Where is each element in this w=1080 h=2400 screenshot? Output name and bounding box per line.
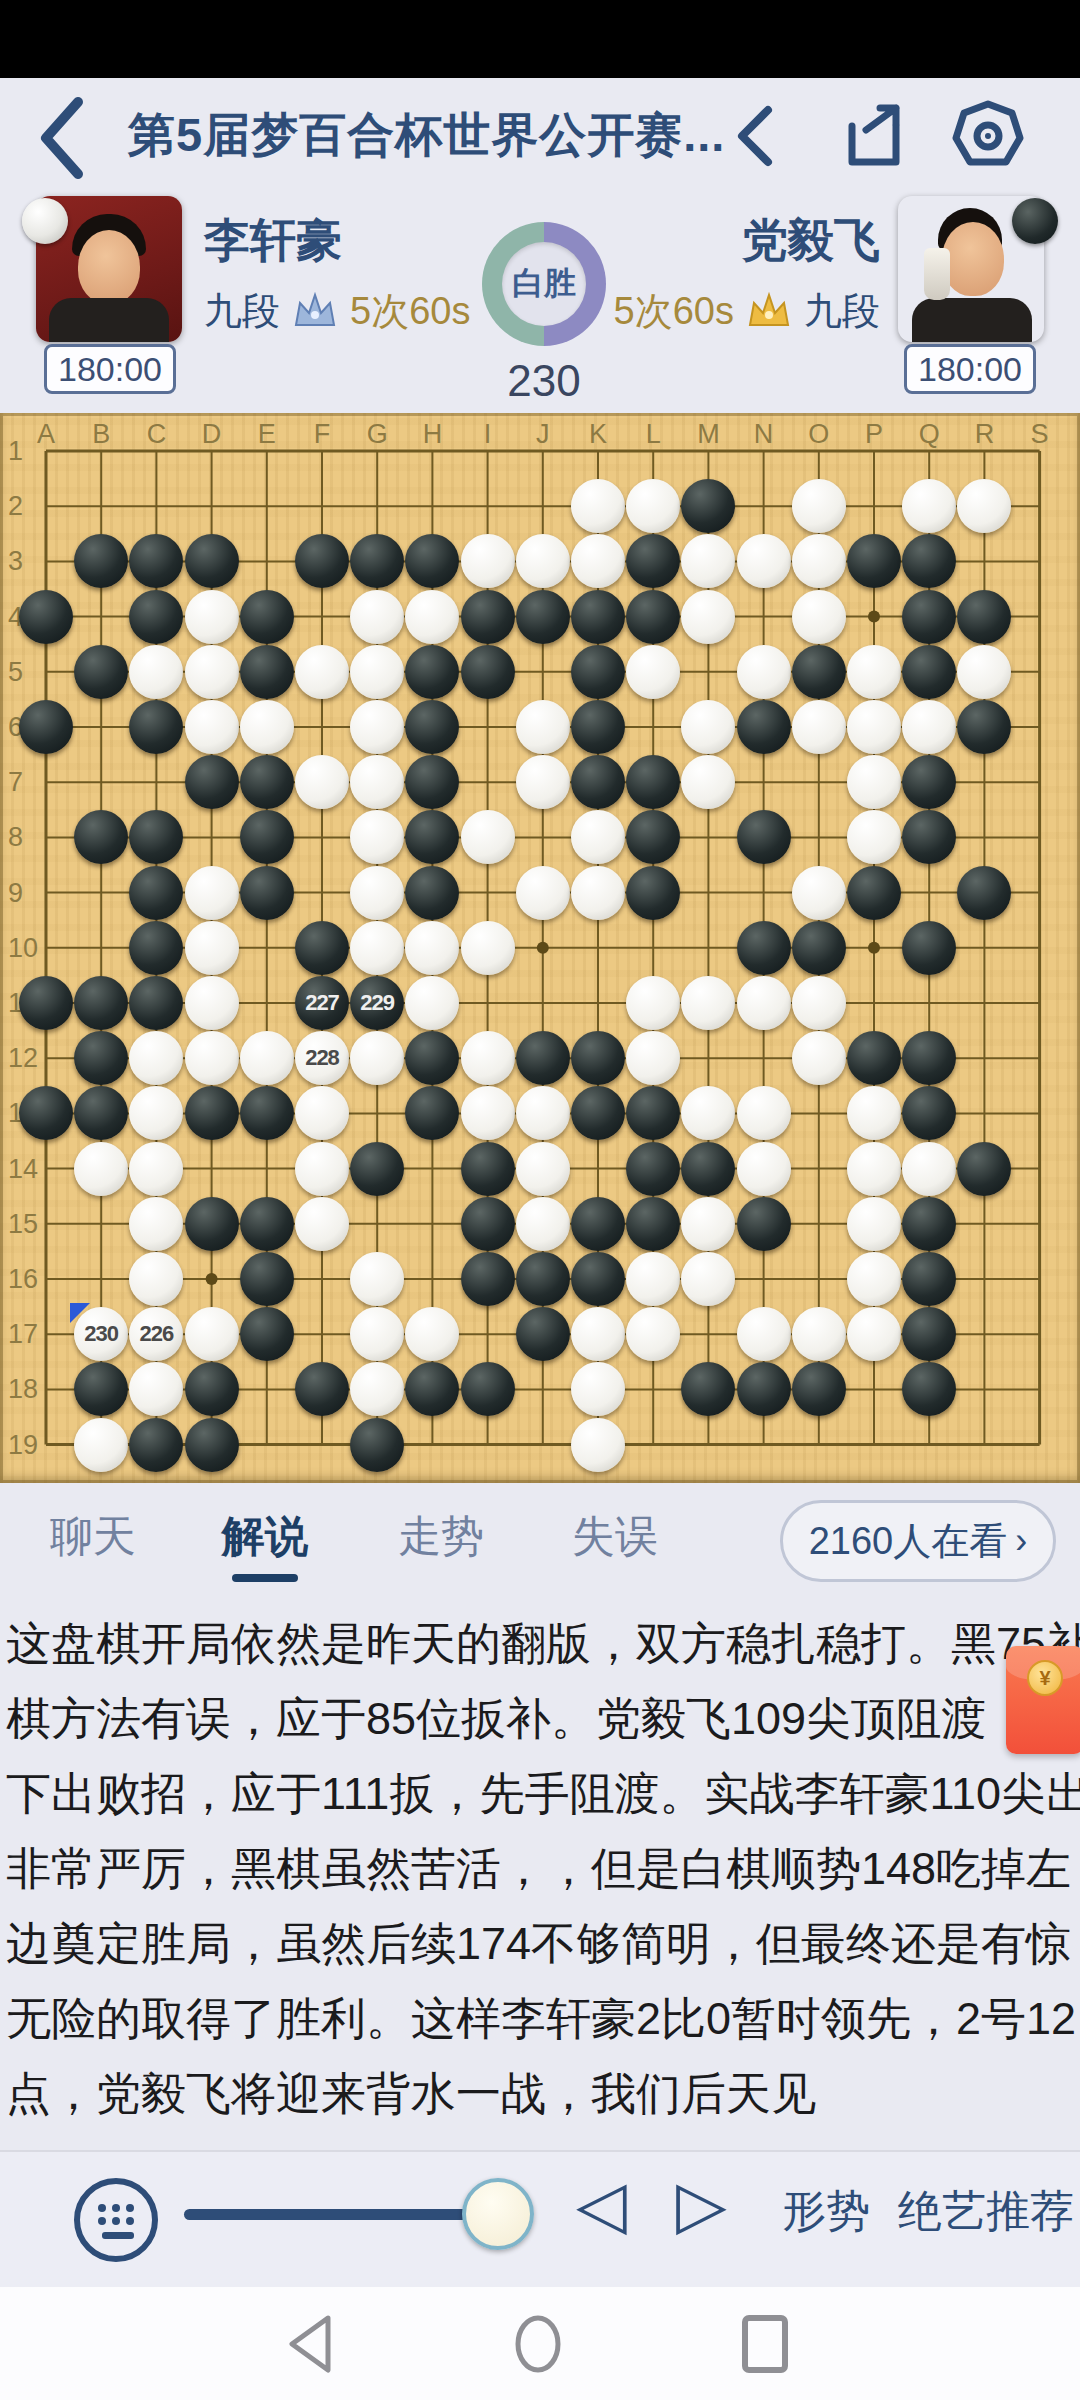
- black-stone-B12: [74, 1031, 128, 1085]
- black-stone-Q7: [902, 755, 956, 809]
- white-stone-N11: [737, 976, 791, 1030]
- avatar-face: [942, 222, 1004, 296]
- white-stone-N17: [737, 1307, 791, 1361]
- black-stone-J16: [516, 1252, 570, 1306]
- viewers-count: 2160人在看: [809, 1516, 1008, 1567]
- black-stone-J12: [516, 1031, 570, 1085]
- coord-label-row: 3: [2, 546, 40, 577]
- black-stone-Q16: [902, 1252, 956, 1306]
- coord-label-col: C: [136, 419, 176, 450]
- black-stone-L14: [626, 1142, 680, 1196]
- black-stone-K7: [571, 755, 625, 809]
- white-stone-O3: [792, 534, 846, 588]
- coord-label-row: 18: [2, 1374, 40, 1405]
- white-stone-D10: [185, 921, 239, 975]
- black-stone-I5: [461, 645, 515, 699]
- coord-label-col: I: [468, 419, 508, 450]
- white-stone-M11: [681, 976, 735, 1030]
- white-stone-F14: [295, 1142, 349, 1196]
- move-number-label: 228: [305, 1045, 339, 1071]
- envelope-coin: ¥: [1027, 1660, 1063, 1696]
- black-stone-H5: [405, 645, 459, 699]
- avatar-face: [78, 230, 140, 304]
- black-stone-O10: [792, 921, 846, 975]
- black-stone-R9: [957, 866, 1011, 920]
- white-stone-J7: [516, 755, 570, 809]
- black-stone-F3: [295, 534, 349, 588]
- white-stone-N5: [737, 645, 791, 699]
- black-stone-H9: [405, 866, 459, 920]
- white-stone-O11: [792, 976, 846, 1030]
- black-stone-J17: [516, 1307, 570, 1361]
- white-stone-R5: [957, 645, 1011, 699]
- black-stone-Q12: [902, 1031, 956, 1085]
- white-stone-B17: 230: [74, 1307, 128, 1361]
- black-stone-F18: [295, 1362, 349, 1416]
- coord-label-row: 7: [2, 767, 40, 798]
- right-player-rank-row: 5次60s 九段: [614, 288, 880, 334]
- black-stone-A4: [19, 590, 73, 644]
- move-number-label: 226: [140, 1321, 174, 1347]
- commentary-line: 这盘棋开局依然是昨天的翻版，双方稳扎稳打。黑75补: [6, 1606, 1076, 1681]
- black-stone-A6: [19, 700, 73, 754]
- android-recents-icon[interactable]: [740, 2313, 790, 2375]
- black-stone-D15: [185, 1197, 239, 1251]
- white-stone-L17: [626, 1307, 680, 1361]
- black-stone-N18: [737, 1362, 791, 1416]
- white-stone-L11: [626, 976, 680, 1030]
- left-player-timer: 180:00: [44, 344, 176, 394]
- coord-label-col: J: [523, 419, 563, 450]
- black-stone-N15: [737, 1197, 791, 1251]
- black-stone-F10: [295, 921, 349, 975]
- commentary-line: 无险的取得了胜利。这样李轩豪2比0暂时领先，2号12: [6, 1981, 1076, 2056]
- black-stone-G14: [350, 1142, 404, 1196]
- white-stone-P17: [847, 1307, 901, 1361]
- white-stone-H11: [405, 976, 459, 1030]
- white-stone-P7: [847, 755, 901, 809]
- black-stone-J4: [516, 590, 570, 644]
- black-stone-C10: [129, 921, 183, 975]
- coord-label-col: F: [302, 419, 342, 450]
- white-stone-O4: [792, 590, 846, 644]
- black-stone-Q5: [902, 645, 956, 699]
- white-stone-K18: [571, 1362, 625, 1416]
- result-label: 白胜: [502, 242, 586, 326]
- white-stone-P14: [847, 1142, 901, 1196]
- white-stone-G16: [350, 1252, 404, 1306]
- white-stone-O9: [792, 866, 846, 920]
- black-stone-badge: [1012, 198, 1058, 244]
- white-stone-F13: [295, 1086, 349, 1140]
- tab-bar: 聊天 解说 走势 失误 2160人在看 ›: [0, 1496, 1080, 1596]
- white-stone-G5: [350, 645, 404, 699]
- black-stone-K12: [571, 1031, 625, 1085]
- left-player-byoyomi: 5次60s: [350, 286, 470, 337]
- black-stone-C6: [129, 700, 183, 754]
- black-stone-K4: [571, 590, 625, 644]
- black-stone-B5: [74, 645, 128, 699]
- commentary-line: 棋方法有误，应于85位扳补。党毅飞109尖顶阻渡: [6, 1681, 1076, 1756]
- coord-label-row: 17: [2, 1319, 40, 1350]
- black-stone-A11: [19, 976, 73, 1030]
- previous-move-button[interactable]: ◁: [576, 2166, 627, 2243]
- white-stone-K9: [571, 866, 625, 920]
- coord-label-col: B: [81, 419, 121, 450]
- black-stone-K5: [571, 645, 625, 699]
- white-stone-K19: [571, 1418, 625, 1472]
- black-stone-E9: [240, 866, 294, 920]
- black-stone-E15: [240, 1197, 294, 1251]
- red-envelope-icon[interactable]: ¥: [1006, 1646, 1080, 1754]
- avatar-shoulders: [49, 298, 169, 342]
- white-stone-M16: [681, 1252, 735, 1306]
- coord-label-row: 16: [2, 1264, 40, 1295]
- white-stone-J3: [516, 534, 570, 588]
- white-stone-K2: [571, 479, 625, 533]
- coord-label-col: N: [744, 419, 784, 450]
- white-stone-P8: [847, 810, 901, 864]
- black-stone-L4: [626, 590, 680, 644]
- white-stone-P6: [847, 700, 901, 754]
- black-stone-E8: [240, 810, 294, 864]
- white-stone-F5: [295, 645, 349, 699]
- android-back-icon[interactable]: [282, 2313, 338, 2375]
- black-stone-H6: [405, 700, 459, 754]
- white-stone-D17: [185, 1307, 239, 1361]
- coord-label-col: P: [854, 419, 894, 450]
- coord-label-row: 8: [2, 822, 40, 853]
- white-stone-L2: [626, 479, 680, 533]
- white-stone-B14: [74, 1142, 128, 1196]
- coord-label-col: O: [799, 419, 839, 450]
- black-stone-E4: [240, 590, 294, 644]
- black-stone-R6: [957, 700, 1011, 754]
- black-stone-Q4: [902, 590, 956, 644]
- black-stone-L7: [626, 755, 680, 809]
- record-settings-icon[interactable]: [952, 100, 1024, 172]
- coord-label-row: 12: [2, 1043, 40, 1074]
- white-stone-O17: [792, 1307, 846, 1361]
- black-stone-G11: 229: [350, 976, 404, 1030]
- avatar-shoulders: [912, 298, 1032, 342]
- last-move-marker: [70, 1303, 90, 1323]
- coord-label-col: L: [633, 419, 673, 450]
- white-stone-H4: [405, 590, 459, 644]
- white-stone-I3: [461, 534, 515, 588]
- avatar-trophy: [924, 248, 950, 300]
- share-icon[interactable]: [838, 100, 910, 172]
- white-stone-G17: [350, 1307, 404, 1361]
- move-number-label: 227: [305, 990, 339, 1016]
- viewers-pill[interactable]: 2160人在看 ›: [780, 1500, 1056, 1582]
- black-stone-L9: [626, 866, 680, 920]
- white-stone-C15: [129, 1197, 183, 1251]
- tab-mistakes[interactable]: 失误: [572, 1508, 658, 1566]
- white-stone-K17: [571, 1307, 625, 1361]
- black-stone-B11: [74, 976, 128, 1030]
- white-stone-J9: [516, 866, 570, 920]
- white-stone-badge: [22, 198, 68, 244]
- black-stone-R4: [957, 590, 1011, 644]
- black-stone-O18: [792, 1362, 846, 1416]
- white-stone-Q2: [902, 479, 956, 533]
- right-player-rank: 九段: [804, 286, 880, 337]
- white-stone-I10: [461, 921, 515, 975]
- back-icon[interactable]: [38, 96, 86, 180]
- black-stone-I15: [461, 1197, 515, 1251]
- white-stone-I12: [461, 1031, 515, 1085]
- white-stone-D5: [185, 645, 239, 699]
- black-stone-I18: [461, 1362, 515, 1416]
- coord-label-row: 19: [2, 1430, 40, 1461]
- move-number-label: 230: [84, 1321, 118, 1347]
- white-stone-H10: [405, 921, 459, 975]
- black-stone-O5: [792, 645, 846, 699]
- black-stone-D7: [185, 755, 239, 809]
- win-rate-donut: 白胜: [482, 222, 606, 346]
- left-player-name: 李轩豪: [204, 210, 342, 272]
- coord-label-row: 14: [2, 1154, 40, 1185]
- active-tab-underline: [232, 1574, 298, 1582]
- black-stone-Q10: [902, 921, 956, 975]
- coord-label-col: R: [964, 419, 1004, 450]
- black-stone-P3: [847, 534, 901, 588]
- white-stone-C5: [129, 645, 183, 699]
- go-board[interactable]: A1B2C3D4E5F6G7H8I9J10K11L12M13N14O15P16Q…: [0, 413, 1080, 1483]
- white-stone-D9: [185, 866, 239, 920]
- black-stone-C19: [129, 1418, 183, 1472]
- chevron-right-icon: ›: [1015, 1520, 1027, 1562]
- silver-crown-icon: [292, 291, 338, 331]
- control-bar: ◁ ▷ 形势 绝艺推荐: [0, 2150, 1080, 2287]
- white-stone-M4: [681, 590, 735, 644]
- coord-label-col: G: [357, 419, 397, 450]
- white-stone-N13: [737, 1086, 791, 1140]
- coord-label-col: S: [1020, 419, 1060, 450]
- white-stone-C14: [129, 1142, 183, 1196]
- status-bar: [0, 0, 1080, 78]
- black-stone-E17: [240, 1307, 294, 1361]
- move-slider-thumb[interactable]: [462, 2178, 534, 2250]
- white-stone-G12: [350, 1031, 404, 1085]
- tab-trend[interactable]: 走势: [398, 1508, 484, 1566]
- commentary-line: 点，党毅飞将迎来背水一战，我们后天见: [6, 2056, 1076, 2131]
- header: 第5届梦百合杯世界公开赛...: [0, 78, 1080, 198]
- situation-button[interactable]: 形势: [782, 2182, 870, 2241]
- white-stone-M15: [681, 1197, 735, 1251]
- black-stone-K6: [571, 700, 625, 754]
- left-player-rank: 九段: [204, 286, 280, 337]
- white-stone-P5: [847, 645, 901, 699]
- black-stone-N8: [737, 810, 791, 864]
- coord-label-col: H: [412, 419, 452, 450]
- black-stone-F11: 227: [295, 976, 349, 1030]
- white-stone-K3: [571, 534, 625, 588]
- white-stone-P16: [847, 1252, 901, 1306]
- white-stone-E12: [240, 1031, 294, 1085]
- coord-label-row: 1: [2, 436, 40, 467]
- black-stone-N6: [737, 700, 791, 754]
- gold-crown-icon: [746, 291, 792, 331]
- black-stone-E13: [240, 1086, 294, 1140]
- android-nav-bar: [0, 2287, 1080, 2400]
- black-stone-R14: [957, 1142, 1011, 1196]
- white-stone-J14: [516, 1142, 570, 1196]
- commentary-line: 边奠定胜局，虽然后续174不够简明，但最终还是有惊: [6, 1906, 1076, 1981]
- commentary-line: 非常严厉，黑棋虽然苦活，，但是白棋顺势148吃掉左: [6, 1831, 1076, 1906]
- white-stone-B19: [74, 1418, 128, 1472]
- black-stone-C11: [129, 976, 183, 1030]
- white-stone-P13: [847, 1086, 901, 1140]
- white-stone-D11: [185, 976, 239, 1030]
- commentary-panel: 这盘棋开局依然是昨天的翻版，双方稳扎稳打。黑75补 棋方法有误，应于85位扳补。…: [6, 1606, 1076, 2131]
- black-stone-N10: [737, 921, 791, 975]
- right-player-byoyomi: 5次60s: [614, 286, 734, 337]
- coord-label-row: 5: [2, 657, 40, 688]
- black-stone-A13: [19, 1086, 73, 1140]
- white-stone-G9: [350, 866, 404, 920]
- white-stone-D4: [185, 590, 239, 644]
- white-stone-J6: [516, 700, 570, 754]
- white-stone-F12: 228: [295, 1031, 349, 1085]
- black-stone-K16: [571, 1252, 625, 1306]
- black-stone-M14: [681, 1142, 735, 1196]
- white-stone-O12: [792, 1031, 846, 1085]
- coord-label-col: K: [578, 419, 618, 450]
- black-stone-E16: [240, 1252, 294, 1306]
- black-stone-K13: [571, 1086, 625, 1140]
- black-stone-I16: [461, 1252, 515, 1306]
- left-player-rank-row: 九段 5次60s: [204, 288, 470, 334]
- white-stone-G4: [350, 590, 404, 644]
- next-move-button[interactable]: ▷: [676, 2166, 727, 2243]
- white-stone-O2: [792, 479, 846, 533]
- white-stone-G10: [350, 921, 404, 975]
- white-stone-P15: [847, 1197, 901, 1251]
- black-stone-Q17: [902, 1307, 956, 1361]
- right-player-timer: 180:00: [904, 344, 1036, 394]
- black-stone-P9: [847, 866, 901, 920]
- white-stone-M6: [681, 700, 735, 754]
- black-stone-I14: [461, 1142, 515, 1196]
- black-stone-P12: [847, 1031, 901, 1085]
- black-stone-L15: [626, 1197, 680, 1251]
- white-stone-J13: [516, 1086, 570, 1140]
- right-player-name: 党毅飞: [742, 210, 880, 272]
- black-stone-G19: [350, 1418, 404, 1472]
- white-stone-L12: [626, 1031, 680, 1085]
- white-stone-N14: [737, 1142, 791, 1196]
- white-stone-E6: [240, 700, 294, 754]
- black-stone-D3: [185, 534, 239, 588]
- coord-label-col: E: [247, 419, 287, 450]
- tab-chat[interactable]: 聊天: [50, 1508, 136, 1566]
- white-stone-D12: [185, 1031, 239, 1085]
- black-stone-E7: [240, 755, 294, 809]
- white-stone-N3: [737, 534, 791, 588]
- coord-label-row: 9: [2, 878, 40, 909]
- black-stone-D19: [185, 1418, 239, 1472]
- android-home-icon[interactable]: [512, 2313, 564, 2375]
- white-stone-C16: [129, 1252, 183, 1306]
- white-stone-I8: [461, 810, 515, 864]
- white-stone-Q14: [902, 1142, 956, 1196]
- coord-label-col: D: [192, 419, 232, 450]
- white-stone-L5: [626, 645, 680, 699]
- commentary-line: 下出败招，应于111扳，先手阻渡。实战李轩豪110尖出: [6, 1756, 1076, 1831]
- white-stone-L16: [626, 1252, 680, 1306]
- black-stone-C4: [129, 590, 183, 644]
- coord-label-row: 10: [2, 933, 40, 964]
- black-stone-Q15: [902, 1197, 956, 1251]
- white-stone-K8: [571, 810, 625, 864]
- hide-panel-icon[interactable]: [722, 100, 794, 172]
- coord-label-row: 15: [2, 1209, 40, 1240]
- black-stone-D13: [185, 1086, 239, 1140]
- white-stone-G6: [350, 700, 404, 754]
- white-stone-Q6: [902, 700, 956, 754]
- black-stone-D18: [185, 1362, 239, 1416]
- black-stone-C9: [129, 866, 183, 920]
- coord-label-row: 2: [2, 491, 40, 522]
- black-stone-K15: [571, 1197, 625, 1251]
- tab-commentary[interactable]: 解说: [222, 1508, 308, 1566]
- page-title: 第5届梦百合杯世界公开赛...: [128, 104, 725, 167]
- black-stone-E5: [240, 645, 294, 699]
- emoji-keyboard-icon[interactable]: [72, 2176, 160, 2264]
- coord-label-col: Q: [909, 419, 949, 450]
- move-number: 230: [482, 356, 606, 406]
- white-stone-I13: [461, 1086, 515, 1140]
- white-stone-F15: [295, 1197, 349, 1251]
- move-number-label: 229: [360, 990, 394, 1016]
- white-stone-G7: [350, 755, 404, 809]
- black-stone-I4: [461, 590, 515, 644]
- white-stone-O6: [792, 700, 846, 754]
- ai-recommend-button[interactable]: 绝艺推荐: [898, 2182, 1074, 2241]
- white-stone-J15: [516, 1197, 570, 1251]
- white-stone-F7: [295, 755, 349, 809]
- coord-label-col: M: [688, 419, 728, 450]
- white-stone-D6: [185, 700, 239, 754]
